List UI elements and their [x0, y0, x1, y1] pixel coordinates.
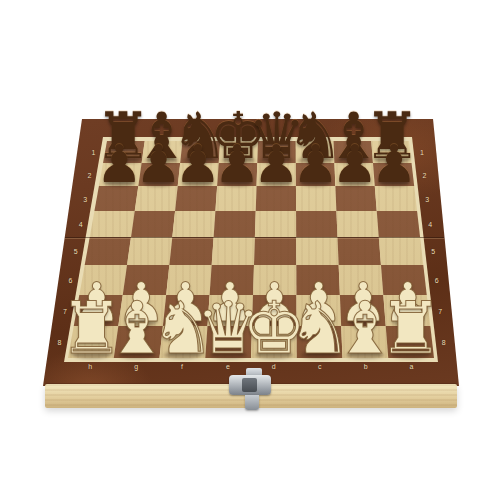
board-fold-seam [65, 237, 445, 238]
chess-set-photo: 1122334455667788hgfedcba ♜♝♞♚♛♞♝♜♟♟♟♟♟♟♟… [0, 0, 500, 500]
latch-hole [242, 378, 257, 392]
dark-pawn-glyph: ♟ [371, 138, 418, 190]
latch-tongue [245, 395, 259, 410]
light-rook-glyph: ♜ [378, 292, 443, 364]
